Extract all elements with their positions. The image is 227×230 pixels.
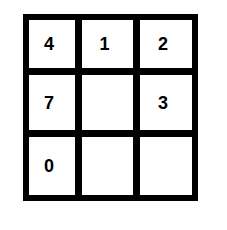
- cell-r0c2[interactable]: 2: [140, 20, 192, 68]
- cell-r2c1[interactable]: [82, 137, 133, 195]
- cell-r1c1[interactable]: [82, 75, 133, 130]
- cell-value: 3: [158, 94, 168, 112]
- cell-r1c0[interactable]: 7: [29, 75, 75, 130]
- cell-value: 4: [44, 35, 54, 53]
- cell-value: 7: [44, 94, 54, 112]
- cell-value: 0: [44, 157, 54, 175]
- cell-value: 1: [99, 35, 109, 53]
- cell-r0c1[interactable]: 1: [82, 20, 133, 68]
- cell-r2c0[interactable]: 0: [29, 137, 75, 195]
- cell-r2c2[interactable]: [140, 137, 192, 195]
- puzzle-grid: 4 1 2 7 3 0: [23, 14, 198, 201]
- cell-value: 2: [158, 35, 168, 53]
- cell-r1c2[interactable]: 3: [140, 75, 192, 130]
- cell-r0c0[interactable]: 4: [29, 20, 75, 68]
